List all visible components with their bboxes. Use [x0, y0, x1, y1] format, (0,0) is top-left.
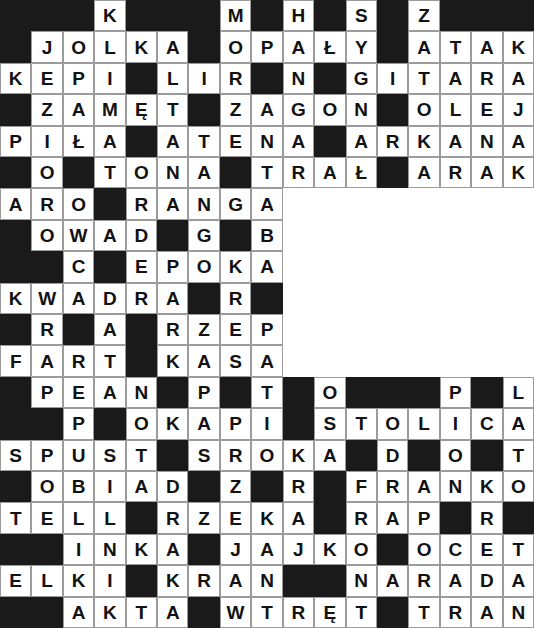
cell-r2-c10[interactable]: A — [283, 31, 314, 62]
cell-r17-c12[interactable]: R — [346, 502, 377, 533]
cell-r9-c11-outside — [314, 251, 345, 282]
cell-r19-c3[interactable]: K — [63, 565, 94, 596]
cell-r20-c15[interactable]: R — [440, 597, 471, 628]
cell-r18-c12[interactable]: O — [346, 534, 377, 565]
cell-r13-c17[interactable]: L — [503, 377, 534, 408]
cell-r4-c9[interactable]: A — [251, 94, 282, 125]
cell-r3-c2[interactable]: E — [31, 63, 62, 94]
cell-r5-c14[interactable]: K — [408, 126, 439, 157]
cell-r3-c15[interactable]: A — [440, 63, 471, 94]
cell-r20-c5[interactable]: T — [126, 597, 157, 628]
cell-r19-c6[interactable]: K — [157, 565, 188, 596]
cell-r11-c14-outside — [408, 314, 439, 345]
cell-r20-c17[interactable]: N — [503, 597, 534, 628]
cell-r18-c14[interactable]: O — [408, 534, 439, 565]
cell-r4-c6[interactable]: T — [157, 94, 188, 125]
cell-r16-c1-black — [0, 471, 31, 502]
cell-r10-c17-outside — [503, 283, 534, 314]
cell-r7-c5[interactable]: R — [126, 188, 157, 219]
cell-r13-c2[interactable]: P — [31, 377, 62, 408]
cell-r19-c15[interactable]: A — [440, 565, 471, 596]
cell-r6-c9[interactable]: T — [251, 157, 282, 188]
cell-r3-c5-black — [126, 63, 157, 94]
cell-r19-c9[interactable]: N — [251, 565, 282, 596]
cell-r2-c13-black — [377, 31, 408, 62]
cell-r19-c16[interactable]: D — [471, 565, 502, 596]
cell-r7-c8[interactable]: G — [220, 188, 251, 219]
cell-r7-c15-outside — [440, 188, 471, 219]
cell-r15-c10[interactable]: K — [283, 440, 314, 471]
cell-r13-c12-black — [346, 377, 377, 408]
cell-r19-c17[interactable]: A — [503, 565, 534, 596]
cell-r9-c7[interactable]: O — [188, 251, 219, 282]
cell-r14-c6[interactable]: K — [157, 408, 188, 439]
cell-r9-c13-outside — [377, 251, 408, 282]
cell-r16-c8[interactable]: Z — [220, 471, 251, 502]
cell-r9-c2-black — [31, 251, 62, 282]
cell-r7-c11-outside — [314, 188, 345, 219]
cell-r16-c10[interactable]: R — [283, 471, 314, 502]
cell-r2-c2[interactable]: J — [31, 31, 62, 62]
cell-r14-c5[interactable]: O — [126, 408, 157, 439]
cell-r6-c6[interactable]: N — [157, 157, 188, 188]
cell-r18-c1-black — [0, 534, 31, 565]
cell-r6-c3-black — [63, 157, 94, 188]
cell-r11-c1-black — [0, 314, 31, 345]
cell-r7-c7[interactable]: N — [188, 188, 219, 219]
cell-r2-c12[interactable]: Y — [346, 31, 377, 62]
cell-r19-c7[interactable]: R — [188, 565, 219, 596]
cell-r19-c2[interactable]: L — [31, 565, 62, 596]
cell-r17-c11-black — [314, 502, 345, 533]
cell-r18-c2-black — [31, 534, 62, 565]
cell-r1-c4[interactable]: K — [94, 0, 125, 31]
cell-r7-c2[interactable]: R — [31, 188, 62, 219]
cell-r4-c5[interactable]: Ę — [126, 94, 157, 125]
cell-r14-c16[interactable]: C — [471, 408, 502, 439]
cell-r14-c12[interactable]: T — [346, 408, 377, 439]
cell-r6-c1-black — [0, 157, 31, 188]
cell-r14-c11[interactable]: S — [314, 408, 345, 439]
cell-r19-c8[interactable]: A — [220, 565, 251, 596]
cell-r1-c2-black — [31, 0, 62, 31]
cell-r11-c5-black — [126, 314, 157, 345]
cell-r16-c5[interactable]: A — [126, 471, 157, 502]
cell-r2-c11[interactable]: Ł — [314, 31, 345, 62]
cell-r19-c1[interactable]: E — [0, 565, 31, 596]
cell-r12-c3[interactable]: R — [63, 345, 94, 376]
cell-r8-c2[interactable]: O — [31, 220, 62, 251]
cell-r13-c10-black — [283, 377, 314, 408]
cell-r9-c5[interactable]: E — [126, 251, 157, 282]
cell-r6-c14[interactable]: A — [408, 157, 439, 188]
cell-r18-c4[interactable]: N — [94, 534, 125, 565]
cell-r15-c13[interactable]: D — [377, 440, 408, 471]
cell-r4-c16[interactable]: E — [471, 94, 502, 125]
cell-r20-c4[interactable]: K — [94, 597, 125, 628]
cell-r5-c4[interactable]: A — [94, 126, 125, 157]
cell-r3-c12[interactable]: G — [346, 63, 377, 94]
cell-r13-c15[interactable]: P — [440, 377, 471, 408]
cell-r1-c8[interactable]: M — [220, 0, 251, 31]
cell-r3-c17[interactable]: A — [503, 63, 534, 94]
cell-r18-c11[interactable]: K — [314, 534, 345, 565]
cell-r12-c10-outside — [283, 345, 314, 376]
cell-r18-c9[interactable]: A — [251, 534, 282, 565]
cell-r12-c13-outside — [377, 345, 408, 376]
cell-r12-c4[interactable]: T — [94, 345, 125, 376]
cell-r9-c3[interactable]: C — [63, 251, 94, 282]
cell-r14-c17[interactable]: A — [503, 408, 534, 439]
cell-r20-c3[interactable]: A — [63, 597, 94, 628]
cell-r15-c8[interactable]: R — [220, 440, 251, 471]
cell-r12-c17-outside — [503, 345, 534, 376]
cell-r18-c6[interactable]: A — [157, 534, 188, 565]
cell-r15-c2[interactable]: P — [31, 440, 62, 471]
cell-r11-c3-black — [63, 314, 94, 345]
cell-r14-c15[interactable]: I — [440, 408, 471, 439]
cell-r12-c7[interactable]: A — [188, 345, 219, 376]
cell-r12-c16-outside — [471, 345, 502, 376]
cell-r5-c8[interactable]: E — [220, 126, 251, 157]
cell-r13-c9[interactable]: T — [251, 377, 282, 408]
cell-r6-c16[interactable]: A — [471, 157, 502, 188]
cell-r20-c11[interactable]: Ę — [314, 597, 345, 628]
cell-r7-c6[interactable]: A — [157, 188, 188, 219]
cell-r20-c8[interactable]: W — [220, 597, 251, 628]
cell-r4-c17[interactable]: J — [503, 94, 534, 125]
cell-r18-c5[interactable]: K — [126, 534, 157, 565]
cell-r5-c7[interactable]: T — [188, 126, 219, 157]
cell-r17-c13[interactable]: A — [377, 502, 408, 533]
cell-r8-c12-outside — [346, 220, 377, 251]
cell-r15-c3[interactable]: U — [63, 440, 94, 471]
cell-r16-c14[interactable]: A — [408, 471, 439, 502]
cell-r10-c4[interactable]: D — [94, 283, 125, 314]
cell-r2-c5[interactable]: K — [126, 31, 157, 62]
cell-r8-c16-outside — [471, 220, 502, 251]
cell-r14-c14[interactable]: L — [408, 408, 439, 439]
cell-r15-c12-black — [346, 440, 377, 471]
cell-r7-c10-outside — [283, 188, 314, 219]
cell-r18-c3[interactable]: I — [63, 534, 94, 565]
cell-r16-c6[interactable]: D — [157, 471, 188, 502]
cell-r16-c3[interactable]: B — [63, 471, 94, 502]
cell-r2-c15[interactable]: T — [440, 31, 471, 62]
cell-r3-c13[interactable]: I — [377, 63, 408, 94]
cell-r3-c9-black — [251, 63, 282, 94]
cell-r18-c15[interactable]: C — [440, 534, 471, 565]
cell-r3-c10[interactable]: N — [283, 63, 314, 94]
cell-r8-c13-outside — [377, 220, 408, 251]
cell-r6-c17[interactable]: K — [503, 157, 534, 188]
cell-r13-c3[interactable]: E — [63, 377, 94, 408]
cell-r4-c2[interactable]: Z — [31, 94, 62, 125]
cell-r19-c4[interactable]: I — [94, 565, 125, 596]
cell-r1-c14[interactable]: Z — [408, 0, 439, 31]
cell-r7-c13-outside — [377, 188, 408, 219]
cell-r20-c14[interactable]: T — [408, 597, 439, 628]
cell-r2-c1-black — [0, 31, 31, 62]
cell-r13-c7[interactable]: P — [188, 377, 219, 408]
cell-r13-c11[interactable]: O — [314, 377, 345, 408]
cell-r11-c17-outside — [503, 314, 534, 345]
cell-r13-c6-black — [157, 377, 188, 408]
cell-r18-c16[interactable]: E — [471, 534, 502, 565]
cell-r16-c17[interactable]: O — [503, 471, 534, 502]
cell-r4-c10[interactable]: G — [283, 94, 314, 125]
cell-r18-c13-black — [377, 534, 408, 565]
cell-r10-c1[interactable]: K — [0, 283, 31, 314]
cell-r15-c11[interactable]: A — [314, 440, 345, 471]
cell-r5-c3[interactable]: Ł — [63, 126, 94, 157]
cell-r6-c12[interactable]: Ł — [346, 157, 377, 188]
cell-r3-c1[interactable]: K — [0, 63, 31, 94]
cell-r1-c3-black — [63, 0, 94, 31]
cell-r7-c16-outside — [471, 188, 502, 219]
cell-r9-c9[interactable]: A — [251, 251, 282, 282]
cell-r17-c6[interactable]: R — [157, 502, 188, 533]
cell-r1-c11-black — [314, 0, 345, 31]
cell-r2-c8[interactable]: O — [220, 31, 251, 62]
cell-r2-c16[interactable]: A — [471, 31, 502, 62]
cell-r14-c10-black — [283, 408, 314, 439]
cell-r13-c13-black — [377, 377, 408, 408]
crossword-grid: KMHSZJOLKAOPAŁYATAKKEPILIRNGITARAZAMĘTZA… — [0, 0, 534, 628]
cell-r20-c13-black — [377, 597, 408, 628]
cell-r17-c2[interactable]: E — [31, 502, 62, 533]
cell-r16-c2[interactable]: O — [31, 471, 62, 502]
cell-r6-c13-black — [377, 157, 408, 188]
cell-r17-c10[interactable]: A — [283, 502, 314, 533]
cell-r19-c12[interactable]: N — [346, 565, 377, 596]
cell-r17-c3[interactable]: L — [63, 502, 94, 533]
cell-r10-c15-outside — [440, 283, 471, 314]
cell-r1-c6-black — [157, 0, 188, 31]
cell-r15-c9[interactable]: O — [251, 440, 282, 471]
cell-r17-c17-black — [503, 502, 534, 533]
cell-r6-c10[interactable]: R — [283, 157, 314, 188]
cell-r9-c6[interactable]: P — [157, 251, 188, 282]
cell-r9-c4-black — [94, 251, 125, 282]
cell-r17-c14[interactable]: P — [408, 502, 439, 533]
cell-r17-c5-black — [126, 502, 157, 533]
cell-r3-c7[interactable]: I — [188, 63, 219, 94]
cell-r11-c10-outside — [283, 314, 314, 345]
cell-r8-c11-outside — [314, 220, 345, 251]
cell-r15-c14-black — [408, 440, 439, 471]
cell-r6-c4[interactable]: T — [94, 157, 125, 188]
cell-r20-c12[interactable]: T — [346, 597, 377, 628]
cell-r5-c2[interactable]: I — [31, 126, 62, 157]
cell-r17-c1[interactable]: T — [0, 502, 31, 533]
cell-r5-c17[interactable]: A — [503, 126, 534, 157]
cell-r18-c8[interactable]: J — [220, 534, 251, 565]
cell-r3-c3[interactable]: P — [63, 63, 94, 94]
cell-r11-c8[interactable]: E — [220, 314, 251, 345]
cell-r11-c2[interactable]: R — [31, 314, 62, 345]
cell-r11-c7[interactable]: Z — [188, 314, 219, 345]
cell-r15-c7[interactable]: S — [188, 440, 219, 471]
cell-r5-c6[interactable]: A — [157, 126, 188, 157]
cell-r9-c17-outside — [503, 251, 534, 282]
cell-r9-c15-outside — [440, 251, 471, 282]
cell-r6-c2[interactable]: O — [31, 157, 62, 188]
cell-r11-c6[interactable]: R — [157, 314, 188, 345]
cell-r17-c15-black — [440, 502, 471, 533]
cell-r1-c15-black — [440, 0, 471, 31]
cell-r13-c5[interactable]: N — [126, 377, 157, 408]
cell-r17-c7[interactable]: Z — [188, 502, 219, 533]
cell-r12-c12-outside — [346, 345, 377, 376]
cell-r8-c5[interactable]: D — [126, 220, 157, 251]
cell-r11-c4[interactable]: A — [94, 314, 125, 345]
cell-r17-c9[interactable]: K — [251, 502, 282, 533]
page-background: KMHSZJOLKAOPAŁYATAKKEPILIRNGITARAZAMĘTZA… — [0, 0, 534, 628]
cell-r18-c17[interactable]: T — [503, 534, 534, 565]
cell-r15-c17[interactable]: T — [503, 440, 534, 471]
cell-r15-c15[interactable]: O — [440, 440, 471, 471]
cell-r10-c16-outside — [471, 283, 502, 314]
cell-r9-c8[interactable]: K — [220, 251, 251, 282]
cell-r14-c8[interactable]: P — [220, 408, 251, 439]
cell-r15-c5[interactable]: T — [126, 440, 157, 471]
cell-r9-c14-outside — [408, 251, 439, 282]
cell-r8-c7[interactable]: G — [188, 220, 219, 251]
cell-r1-c9-black — [251, 0, 282, 31]
cell-r17-c4[interactable]: L — [94, 502, 125, 533]
cell-r11-c13-outside — [377, 314, 408, 345]
cell-r12-c5-black — [126, 345, 157, 376]
cell-r14-c3[interactable]: P — [63, 408, 94, 439]
cell-r10-c9-black — [251, 283, 282, 314]
cell-r16-c12[interactable]: F — [346, 471, 377, 502]
cell-r14-c1-black — [0, 408, 31, 439]
cell-r9-c1-black — [0, 251, 31, 282]
cell-r5-c10[interactable]: A — [283, 126, 314, 157]
cell-r15-c16-black — [471, 440, 502, 471]
cell-r2-c6[interactable]: A — [157, 31, 188, 62]
cell-r10-c5[interactable]: R — [126, 283, 157, 314]
cell-r8-c4[interactable]: A — [94, 220, 125, 251]
cell-r4-c1-black — [0, 94, 31, 125]
cell-r3-c14[interactable]: T — [408, 63, 439, 94]
cell-r3-c4[interactable]: I — [94, 63, 125, 94]
cell-r12-c1[interactable]: F — [0, 345, 31, 376]
cell-r4-c14[interactable]: O — [408, 94, 439, 125]
cell-r16-c9-black — [251, 471, 282, 502]
cell-r15-c1[interactable]: S — [0, 440, 31, 471]
cell-r5-c15[interactable]: A — [440, 126, 471, 157]
cell-r1-c10[interactable]: H — [283, 0, 314, 31]
cell-r8-c15-outside — [440, 220, 471, 251]
cell-r2-c3[interactable]: O — [63, 31, 94, 62]
cell-r16-c11-black — [314, 471, 345, 502]
cell-r8-c10-outside — [283, 220, 314, 251]
cell-r20-c10[interactable]: R — [283, 597, 314, 628]
cell-r6-c5[interactable]: O — [126, 157, 157, 188]
cell-r14-c9[interactable]: I — [251, 408, 282, 439]
cell-r16-c13[interactable]: R — [377, 471, 408, 502]
cell-r13-c4[interactable]: A — [94, 377, 125, 408]
cell-r8-c9[interactable]: B — [251, 220, 282, 251]
cell-r1-c16-black — [471, 0, 502, 31]
cell-r2-c14[interactable]: A — [408, 31, 439, 62]
cell-r19-c13[interactable]: A — [377, 565, 408, 596]
cell-r16-c15[interactable]: N — [440, 471, 471, 502]
cell-r7-c14-outside — [408, 188, 439, 219]
cell-r7-c3[interactable]: O — [63, 188, 94, 219]
cell-r12-c2[interactable]: A — [31, 345, 62, 376]
cell-r4-c3[interactable]: A — [63, 94, 94, 125]
cell-r10-c3[interactable]: A — [63, 283, 94, 314]
cell-r7-c17-outside — [503, 188, 534, 219]
cell-r17-c8[interactable]: E — [220, 502, 251, 533]
cell-r20-c6[interactable]: A — [157, 597, 188, 628]
cell-r12-c6[interactable]: K — [157, 345, 188, 376]
cell-r4-c8[interactable]: Z — [220, 94, 251, 125]
cell-r15-c4[interactable]: S — [94, 440, 125, 471]
cell-r3-c6[interactable]: L — [157, 63, 188, 94]
cell-r20-c16[interactable]: A — [471, 597, 502, 628]
cell-r3-c8[interactable]: R — [220, 63, 251, 94]
cell-r3-c16[interactable]: R — [471, 63, 502, 94]
cell-r6-c11[interactable]: A — [314, 157, 345, 188]
cell-r5-c16[interactable]: N — [471, 126, 502, 157]
cell-r11-c9[interactable]: P — [251, 314, 282, 345]
cell-r10-c7-black — [188, 283, 219, 314]
cell-r16-c16[interactable]: K — [471, 471, 502, 502]
cell-r6-c7[interactable]: A — [188, 157, 219, 188]
cell-r8-c6-black — [157, 220, 188, 251]
cell-r8-c3[interactable]: W — [63, 220, 94, 251]
cell-r2-c4[interactable]: L — [94, 31, 125, 62]
cell-r10-c6[interactable]: A — [157, 283, 188, 314]
cell-r8-c14-outside — [408, 220, 439, 251]
cell-r4-c7-black — [188, 94, 219, 125]
cell-r5-c1[interactable]: P — [0, 126, 31, 157]
cell-r10-c8[interactable]: R — [220, 283, 251, 314]
cell-r3-c11-black — [314, 63, 345, 94]
cell-r17-c16[interactable]: R — [471, 502, 502, 533]
cell-r19-c14[interactable]: R — [408, 565, 439, 596]
cell-r14-c7[interactable]: A — [188, 408, 219, 439]
cell-r10-c2[interactable]: W — [31, 283, 62, 314]
cell-r20-c9[interactable]: T — [251, 597, 282, 628]
cell-r5-c5-black — [126, 126, 157, 157]
cell-r6-c15[interactable]: R — [440, 157, 471, 188]
cell-r7-c1[interactable]: A — [0, 188, 31, 219]
cell-r4-c15[interactable]: L — [440, 94, 471, 125]
cell-r2-c9[interactable]: P — [251, 31, 282, 62]
cell-r19-c11-black — [314, 565, 345, 596]
cell-r4-c12[interactable]: N — [346, 94, 377, 125]
cell-r4-c11[interactable]: O — [314, 94, 345, 125]
cell-r5-c13[interactable]: R — [377, 126, 408, 157]
cell-r18-c10[interactable]: J — [283, 534, 314, 565]
cell-r12-c8[interactable]: S — [220, 345, 251, 376]
cell-r12-c9[interactable]: A — [251, 345, 282, 376]
cell-r7-c9[interactable]: A — [251, 188, 282, 219]
cell-r14-c13[interactable]: O — [377, 408, 408, 439]
cell-r5-c12[interactable]: A — [346, 126, 377, 157]
cell-r5-c9[interactable]: N — [251, 126, 282, 157]
cell-r16-c4[interactable]: I — [94, 471, 125, 502]
cell-r2-c17[interactable]: K — [503, 31, 534, 62]
cell-r20-c2-black — [31, 597, 62, 628]
cell-r1-c12[interactable]: S — [346, 0, 377, 31]
cell-r4-c4[interactable]: M — [94, 94, 125, 125]
